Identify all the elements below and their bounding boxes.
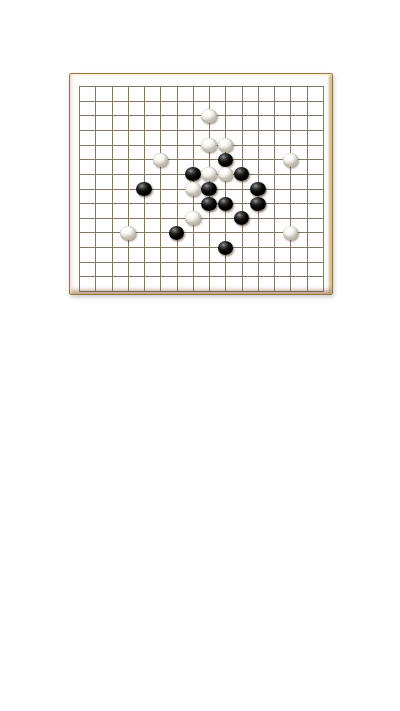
- white-stone: [185, 211, 200, 225]
- white-stone: [201, 167, 216, 181]
- white-stone: [201, 138, 216, 152]
- black-stone: [250, 182, 265, 196]
- stones-grid: [71, 79, 331, 299]
- white-stone: [218, 167, 233, 181]
- black-stone: [218, 153, 233, 167]
- black-stone: [201, 182, 216, 196]
- white-stone: [153, 153, 168, 167]
- white-stone: [185, 182, 200, 196]
- black-stone: [218, 241, 233, 255]
- white-stone: [201, 109, 216, 123]
- black-stone: [218, 197, 233, 211]
- black-stone: [136, 182, 151, 196]
- white-stone: [120, 226, 135, 240]
- black-stone: [250, 197, 265, 211]
- black-stone: [201, 197, 216, 211]
- black-stone: [234, 167, 249, 181]
- white-stone: [283, 226, 298, 240]
- white-stone: [218, 138, 233, 152]
- black-stone: [234, 211, 249, 225]
- gomoku-board[interactable]: [69, 73, 333, 295]
- white-stone: [283, 153, 298, 167]
- black-stone: [185, 167, 200, 181]
- black-stone: [169, 226, 184, 240]
